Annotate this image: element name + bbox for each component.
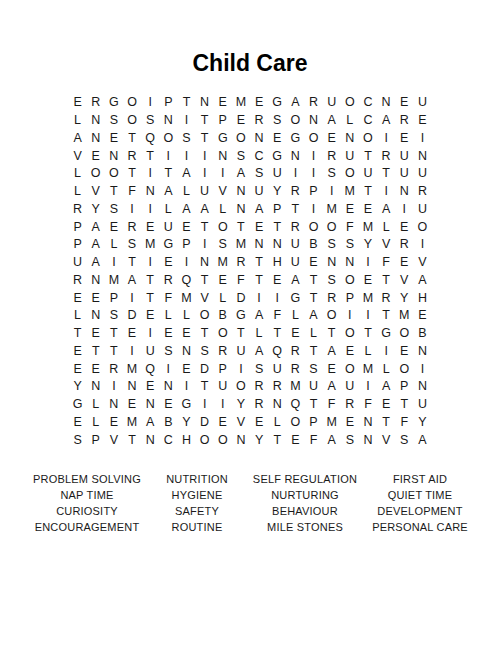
grid-cell: T [304,271,322,289]
grid-cell: N [268,395,286,413]
grid-cell: E [69,289,87,307]
grid-cell: N [87,129,105,147]
grid-cell: D [232,289,250,307]
grid-cell: I [177,147,195,165]
word-list-item: ROUTINE [149,519,245,535]
grid-cell: A [177,200,195,218]
grid-cell: O [413,218,431,236]
grid-cell: T [105,342,123,360]
grid-cell: Y [69,378,87,396]
grid-cell: U [413,94,431,112]
grid-cell: O [232,378,250,396]
grid-cell: U [413,395,431,413]
grid-cell: T [250,253,268,271]
grid-cell: T [268,431,286,449]
grid-cell: U [250,182,268,200]
grid-cell: P [341,289,359,307]
grid-cell: R [286,360,304,378]
grid-cell: I [250,289,268,307]
grid-cell: A [323,378,341,396]
grid-cell: P [268,200,286,218]
grid-cell: T [232,324,250,342]
grid-cell: I [177,253,195,271]
grid-cell: F [395,413,413,431]
grid-cell: I [214,165,232,183]
grid-cell: L [105,236,123,254]
grid-cell: N [413,378,431,396]
grid-cell: M [359,289,377,307]
grid-cell: O [214,431,232,449]
grid-cell: E [268,271,286,289]
grid-cell: N [87,378,105,396]
grid-cell: F [304,431,322,449]
grid-cell: A [123,271,141,289]
grid-cell: T [105,182,123,200]
grid-cell: O [304,218,322,236]
grid-cell: U [69,253,87,271]
grid-cell: O [105,165,123,183]
grid-cell: E [159,253,177,271]
grid-cell: S [250,360,268,378]
grid-cell: A [250,200,268,218]
grid-cell: P [69,236,87,254]
word-list-item: QUIET TIME [365,487,475,503]
grid-cell: T [177,94,195,112]
grid-cell: E [341,413,359,431]
grid-cell: S [123,236,141,254]
grid-cell: P [304,182,322,200]
grid-cell: R [286,218,304,236]
grid-cell: V [87,182,105,200]
grid-cell: I [304,147,322,165]
grid-cell: T [123,129,141,147]
grid-cell: P [214,111,232,129]
grid-cell: O [123,111,141,129]
grid-cell: L [341,111,359,129]
grid-cell: R [87,94,105,112]
grid-cell: A [87,253,105,271]
grid-cell: C [359,111,377,129]
grid-cell: N [304,111,322,129]
grid-cell: V [105,431,123,449]
grid-cell: O [286,111,304,129]
grid-cell: V [69,147,87,165]
grid-cell: L [87,413,105,431]
grid-cell: S [177,129,195,147]
grid-cell: L [286,307,304,325]
grid-cell: U [214,378,232,396]
grid-cell: U [159,218,177,236]
grid-cell: M [105,271,123,289]
grid-cell: M [232,94,250,112]
page: Child Care ERGOIPTNEMEGARUOCNEULNSOSNITP… [0,50,500,535]
grid-cell: E [395,342,413,360]
word-list-item: NURTURING [245,487,365,503]
grid-cell: L [377,218,395,236]
grid-cell: N [87,307,105,325]
grid-cell: E [413,307,431,325]
grid-cell: E [214,413,232,431]
grid-cell: E [105,218,123,236]
grid-cell: T [359,147,377,165]
grid-cell: O [341,271,359,289]
grid-cell: V [395,271,413,289]
grid-cell: E [395,253,413,271]
grid-cell: P [304,413,322,431]
grid-cell: T [359,324,377,342]
grid-cell: I [105,253,123,271]
word-list-column: SELF REGULATIONNURTURINGBEHAVIOURMILE ST… [245,471,365,535]
grid-cell: N [87,111,105,129]
grid-cell: U [286,236,304,254]
grid-cell: V [377,236,395,254]
grid-cell: I [268,289,286,307]
grid-cell: Y [268,182,286,200]
grid-cell: U [141,342,159,360]
grid-cell: S [105,200,123,218]
grid-cell: E [232,111,250,129]
grid-cell: D [196,413,214,431]
grid-cell: O [359,129,377,147]
grid-cell: S [196,342,214,360]
grid-cell: L [69,307,87,325]
grid-cell: E [250,218,268,236]
grid-cell: S [304,360,322,378]
grid-cell: E [304,253,322,271]
grid-cell: Q [141,129,159,147]
grid-cell: S [250,165,268,183]
grid-cell: E [69,342,87,360]
grid-cell: T [141,147,159,165]
grid-cell: T [196,324,214,342]
grid-cell: M [323,413,341,431]
grid-cell: E [323,129,341,147]
grid-cell: L [214,289,232,307]
grid-cell: M [123,360,141,378]
grid-cell: I [177,111,195,129]
grid-cell: R [123,147,141,165]
grid-cell: L [304,324,322,342]
grid-cell: D [196,360,214,378]
grid-cell: H [268,253,286,271]
grid-cell: N [159,111,177,129]
grid-cell: N [232,431,250,449]
grid-cell: T [250,271,268,289]
word-list-item: PERSONAL CARE [365,519,475,535]
grid-cell: R [304,94,322,112]
grid-cell: I [141,94,159,112]
grid-cell: N [250,236,268,254]
grid-cell: U [323,94,341,112]
grid-cell: V [232,413,250,431]
grid-cell: P [87,431,105,449]
grid-cell: O [123,94,141,112]
grid-cell: T [304,342,322,360]
grid-cell: T [87,342,105,360]
grid-cell: T [268,218,286,236]
word-list-item: SELF REGULATION [245,471,365,487]
grid-cell: L [214,200,232,218]
grid-cell: Y [359,236,377,254]
grid-cell: E [87,360,105,378]
word-list-item: BEHAVIOUR [245,503,365,519]
grid-cell: N [214,147,232,165]
grid-cell: G [268,147,286,165]
grid-cell: Y [250,431,268,449]
grid-cell: O [214,324,232,342]
grid-cell: R [159,271,177,289]
grid-cell: Y [177,413,195,431]
grid-cell: I [323,182,341,200]
grid-cell: I [413,360,431,378]
grid-cell: O [341,165,359,183]
grid-cell: T [323,324,341,342]
grid-cell: R [341,395,359,413]
grid-cell: N [232,182,250,200]
grid-cell: T [377,165,395,183]
word-list-item: PROBLEM SOLVING [25,471,149,487]
grid-cell: T [377,413,395,431]
grid-cell: N [395,182,413,200]
grid-cell: E [395,94,413,112]
grid-cell: O [395,324,413,342]
grid-cell: S [323,236,341,254]
grid-cell: U [413,165,431,183]
grid-cell: N [232,200,250,218]
grid-cell: E [69,94,87,112]
grid-cell: S [341,431,359,449]
grid-cell: F [377,253,395,271]
grid-cell: I [377,182,395,200]
grid-cell: T [123,253,141,271]
grid-cell: S [268,111,286,129]
grid-cell: T [105,324,123,342]
grid-cell: E [250,413,268,431]
grid-cell: C [159,431,177,449]
grid-cell: T [196,218,214,236]
grid-cell: Y [413,413,431,431]
grid-cell: Y [395,289,413,307]
grid-cell: F [232,271,250,289]
grid-cell: T [159,165,177,183]
grid-cell: E [141,218,159,236]
grid-cell: Y [232,395,250,413]
grid-cell: S [105,307,123,325]
grid-cell: U [395,165,413,183]
grid-cell: R [323,289,341,307]
word-list-column: NUTRITIONHYGIENESAFETYROUTINE [149,471,245,535]
grid-cell: L [87,395,105,413]
grid-cell: I [196,395,214,413]
grid-cell: U [268,360,286,378]
grid-cell: Y [87,200,105,218]
grid-cell: F [341,218,359,236]
word-list-column: PROBLEM SOLVINGNAP TIMECURIOSITYENCOURAG… [25,471,149,535]
grid-cell: I [177,378,195,396]
grid-cell: N [123,378,141,396]
grid-cell: S [105,111,123,129]
grid-cell: E [359,200,377,218]
grid-cell: S [323,271,341,289]
grid-cell: V [196,289,214,307]
grid-cell: A [323,111,341,129]
grid-cell: A [69,129,87,147]
word-list-item: FIRST AID [365,471,475,487]
grid-cell: S [159,342,177,360]
grid-cell: S [232,147,250,165]
grid-cell: A [323,431,341,449]
grid-cell: E [87,324,105,342]
grid-cell: R [105,360,123,378]
grid-cell: Q [141,360,159,378]
grid-cell: E [250,94,268,112]
grid-cell: R [377,147,395,165]
grid-cell: E [413,111,431,129]
grid-cell: O [323,307,341,325]
word-list-item: ENCOURAGEMENT [25,519,149,535]
grid-cell: E [177,360,195,378]
word-list-item: MILE STONES [245,519,365,535]
grid-cell: R [250,378,268,396]
grid-cell: I [304,165,322,183]
grid-cell: L [69,111,87,129]
grid-cell: E [69,413,87,431]
grid-cell: A [250,307,268,325]
grid-cell: F [159,289,177,307]
grid-cell: V [413,253,431,271]
grid-cell: N [159,378,177,396]
grid-cell: G [232,307,250,325]
grid-cell: I [123,342,141,360]
grid-cell: R [250,395,268,413]
grid-cell: F [359,395,377,413]
grid-cell: M [214,253,232,271]
grid-cell: E [105,129,123,147]
grid-cell: N [341,253,359,271]
grid-cell: R [395,111,413,129]
grid-cell: T [377,271,395,289]
word-list-item: SAFETY [149,503,245,519]
grid-cell: D [123,307,141,325]
grid-cell: N [341,129,359,147]
grid-cell: N [196,253,214,271]
grid-cell: T [377,307,395,325]
grid-cell: I [196,236,214,254]
grid-cell: T [196,129,214,147]
word-list-item: DEVELOPMENT [365,503,475,519]
grid-cell: L [159,200,177,218]
grid-cell: T [123,431,141,449]
grid-cell: N [323,253,341,271]
grid-cell: P [214,360,232,378]
grid-cell: I [141,253,159,271]
grid-cell: M [286,378,304,396]
word-search-grid: ERGOIPTNEMEGARUOCNEULNSOSNITPERSONALCARE… [69,94,432,449]
grid-cell: A [286,271,304,289]
grid-cell: L [69,165,87,183]
word-list-item: NUTRITION [149,471,245,487]
grid-cell: U [341,378,359,396]
grid-cell: A [250,342,268,360]
grid-cell: O [341,324,359,342]
grid-cell: A [413,271,431,289]
grid-cell: I [359,378,377,396]
word-list-column: FIRST AIDQUIET TIMEDEVELOPMENTPERSONAL C… [365,471,475,535]
grid-cell: Q [268,342,286,360]
grid-cell: Q [286,395,304,413]
grid-cell: A [413,431,431,449]
grid-cell: I [377,129,395,147]
grid-cell: E [141,378,159,396]
grid-cell: I [196,147,214,165]
grid-cell: E [341,200,359,218]
grid-cell: F [123,182,141,200]
grid-cell: E [87,147,105,165]
grid-cell: E [159,395,177,413]
grid-cell: I [359,307,377,325]
grid-cell: B [413,324,431,342]
grid-cell: N [141,431,159,449]
grid-cell: S [69,431,87,449]
grid-cell: G [268,94,286,112]
grid-cell: O [341,360,359,378]
grid-cell: I [141,200,159,218]
grid-cell: T [141,271,159,289]
grid-cell: T [196,111,214,129]
grid-cell: A [286,94,304,112]
grid-cell: A [141,413,159,431]
grid-cell: I [377,342,395,360]
grid-cell: L [377,360,395,378]
grid-cell: F [268,307,286,325]
grid-cell: G [177,395,195,413]
grid-cell: Q [177,271,195,289]
grid-cell: A [159,182,177,200]
grid-cell: I [159,147,177,165]
grid-cell: N [268,236,286,254]
grid-cell: N [141,395,159,413]
grid-cell: I [141,165,159,183]
grid-cell: T [141,289,159,307]
word-list-item: CURIOSITY [25,503,149,519]
grid-cell: R [268,378,286,396]
grid-cell: O [286,413,304,431]
grid-cell: N [87,271,105,289]
grid-cell: A [377,200,395,218]
grid-cell: U [268,165,286,183]
grid-cell: P [69,218,87,236]
grid-cell: M [359,360,377,378]
grid-cell: A [377,378,395,396]
grid-cell: V [214,182,232,200]
grid-cell: L [250,324,268,342]
grid-cell: R [232,253,250,271]
grid-cell: P [395,378,413,396]
grid-cell: T [69,324,87,342]
grid-cell: S [141,111,159,129]
grid-cell: E [377,395,395,413]
grid-cell: A [323,342,341,360]
grid-cell: H [413,289,431,307]
grid-cell: T [232,218,250,236]
grid-cell: G [286,129,304,147]
grid-cell: G [69,395,87,413]
grid-cell: O [159,129,177,147]
grid-cell: I [123,200,141,218]
grid-cell: H [177,431,195,449]
grid-cell: S [323,165,341,183]
grid-cell: A [87,218,105,236]
